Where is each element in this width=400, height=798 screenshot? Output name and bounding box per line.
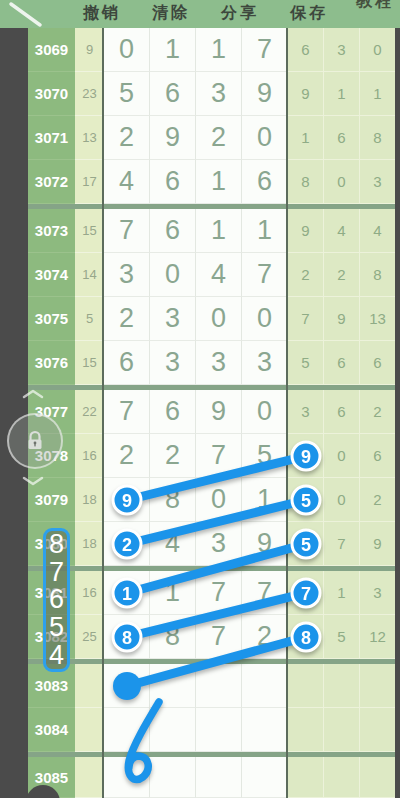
cell-right: 6 [324,341,360,385]
cell-main [150,708,196,752]
cell-right [324,708,360,752]
digit-picker[interactable]: 87654 [43,528,70,672]
chevron-down-icon[interactable] [22,476,44,486]
cell-main: 2 [104,297,150,341]
cell-main: 7 [196,571,242,615]
cell-main: 4 [196,253,242,297]
picker-digit[interactable]: 5 [49,614,64,641]
tutorial-button[interactable]: 教程 [356,0,394,12]
cell-main: 9 [196,390,242,434]
picker-digit[interactable]: 7 [49,559,64,586]
cell-main: 8 [150,478,196,522]
cell-right: 6 [360,434,396,478]
cell-right: 3 [288,390,324,434]
cell-main [104,571,150,615]
chart-row-3085: 3085 [28,757,396,798]
cell-main: 0 [196,297,242,341]
cell-period: 3073 [28,209,75,253]
cell-right: 0 [324,160,360,204]
cell-sum [75,708,104,752]
cell-main: 3 [196,522,242,566]
cell-main: 4 [104,160,150,204]
cell-main: 1 [242,478,288,522]
cell-right [288,664,324,708]
picker-digit[interactable]: 8 [49,531,64,558]
cell-right [288,708,324,752]
cell-right: 6 [324,116,360,160]
cell-right: 5 [288,341,324,385]
cell-right: 0 [324,434,360,478]
cell-main: 2 [104,434,150,478]
cell-sum [75,757,104,798]
toolbar: 撤销 清除 分享 保存 教程 [0,0,400,28]
cell-right: 6 [288,28,324,72]
cell-right: 1 [324,72,360,116]
cell-main [196,757,242,798]
cell-right: 0 [324,478,360,522]
share-button[interactable]: 分享 [221,3,259,24]
cell-main: 9 [242,522,288,566]
cell-main: 3 [242,341,288,385]
picker-digit[interactable]: 4 [49,642,64,669]
cell-right: 6 [360,341,396,385]
cell-right: 8 [360,116,396,160]
cell-main: 8 [150,615,196,659]
chart-row-3072: 3072174616803 [28,160,396,204]
cell-main: 6 [150,72,196,116]
cell-main [104,664,150,708]
cell-sum: 16 [75,434,104,478]
cell-right: 9 [324,297,360,341]
cell-right: 0 [360,28,396,72]
cell-main: 3 [150,297,196,341]
chart-row-3071: 3071132920168 [28,116,396,160]
cell-main: 2 [196,116,242,160]
cell-main: 6 [150,209,196,253]
right-edge-strip [395,0,400,798]
cell-right [324,757,360,798]
cell-sum: 18 [75,478,104,522]
cell-sum: 15 [75,209,104,253]
scroll-lock-widget [0,384,70,494]
cell-sum: 25 [75,615,104,659]
cell-main: 7 [104,209,150,253]
cell-main: 7 [196,615,242,659]
cell-sum: 13 [75,116,104,160]
cell-main: 3 [196,72,242,116]
chart-row-3084: 3084 [28,708,396,752]
cell-main [242,757,288,798]
cell-main: 6 [104,341,150,385]
cell-sum: 18 [75,522,104,566]
cell-right: 3 [324,28,360,72]
cell-right: 2 [324,253,360,297]
grid-dark-border-left [102,28,104,798]
cell-main: 2 [242,615,288,659]
cell-main: 6 [150,160,196,204]
cell-right [324,664,360,708]
cell-main: 0 [242,116,288,160]
cell-period: 3076 [28,341,75,385]
clear-button[interactable]: 清除 [152,3,190,24]
cell-right [360,664,396,708]
cell-main: 2 [104,116,150,160]
chart-row-3076: 3076156333566 [28,341,396,385]
cell-main: 6 [242,160,288,204]
cell-main [196,708,242,752]
cell-right [288,757,324,798]
chart-row-3073: 3073157611944 [28,209,396,253]
cell-right: 6 [324,390,360,434]
cell-period: 3074 [28,253,75,297]
cell-sum: 9 [75,28,104,72]
cell-main: 0 [150,253,196,297]
cell-right: 4 [360,209,396,253]
cell-period: 3075 [28,297,75,341]
cell-right: 1 [360,72,396,116]
grid-dark-border-right [286,28,288,798]
cell-main: 2 [150,434,196,478]
cell-right: 13 [360,297,396,341]
cell-right: 1 [324,571,360,615]
cell-main: 9 [150,116,196,160]
cell-right [288,571,324,615]
cell-period: 3071 [28,116,75,160]
cell-main [150,664,196,708]
chart-row-3070: 3070235639911 [28,72,396,116]
cell-right: 3 [360,160,396,204]
cell-main: 3 [150,341,196,385]
cell-right [288,522,324,566]
cell-main: 7 [196,434,242,478]
cell-right: 9 [360,522,396,566]
cell-right: 8 [288,160,324,204]
cell-right: 9 [288,72,324,116]
cell-main: 5 [242,434,288,478]
cell-sum: 17 [75,160,104,204]
cell-right: 7 [324,522,360,566]
cell-main: 9 [242,72,288,116]
cell-right: 2 [288,253,324,297]
cell-main [104,615,150,659]
cell-right: 5 [324,615,360,659]
cell-main: 3 [196,341,242,385]
cell-period: 3070 [28,72,75,116]
cell-main: 1 [150,28,196,72]
cell-main: 1 [196,160,242,204]
cell-main: 6 [150,390,196,434]
chart-row-3080: 30801843979 [28,522,396,566]
chart-row-3079: 30791880102 [28,478,396,522]
cell-main: 0 [242,297,288,341]
cell-right [288,478,324,522]
cell-sum: 14 [75,253,104,297]
lock-button[interactable] [7,413,63,469]
cell-period: 3072 [28,160,75,204]
picker-digit[interactable]: 6 [49,586,64,613]
lottery-trend-chart-app: 3069901176303070235639911307113292016830… [0,0,400,798]
cell-right: 2 [360,478,396,522]
cell-right: 1 [288,116,324,160]
chart-row-3069: 306990117630 [28,28,396,72]
cell-sum: 22 [75,390,104,434]
cell-right: 9 [288,209,324,253]
cell-right: 3 [360,571,396,615]
cell-right: 4 [324,209,360,253]
cell-sum: 23 [75,72,104,116]
cell-main [104,522,150,566]
cell-main [104,478,150,522]
cell-main: 1 [242,209,288,253]
chart-row-3075: 3075523007913 [28,297,396,341]
chart-row-3078: 307816227506 [28,434,396,478]
cell-main: 0 [242,390,288,434]
cell-main: 7 [242,571,288,615]
cell-main: 0 [196,478,242,522]
cell-sum: 16 [75,571,104,615]
cell-sum: 15 [75,341,104,385]
cell-main: 4 [150,522,196,566]
cell-period: 3069 [28,28,75,72]
chart-row-3081: 30811617713 [28,571,396,615]
line-draw-tool-icon[interactable] [6,0,46,28]
cell-main [196,664,242,708]
cell-right [360,757,396,798]
chart-row-3074: 3074143047228 [28,253,396,297]
cell-main: 7 [242,253,288,297]
cell-main [242,664,288,708]
cell-right: 7 [288,297,324,341]
cell-main: 7 [242,28,288,72]
cell-main [104,708,150,752]
lock-icon [23,429,47,453]
cell-main: 0 [104,28,150,72]
cell-right: 8 [360,253,396,297]
cell-main [104,757,150,798]
undo-button[interactable]: 撤销 [83,3,121,24]
save-button[interactable]: 保存 [290,3,328,24]
cell-sum: 5 [75,297,104,341]
cell-main [150,757,196,798]
cell-main: 3 [104,253,150,297]
cell-main: 1 [196,28,242,72]
cell-main: 1 [150,571,196,615]
cell-main: 1 [196,209,242,253]
chart-grid[interactable]: 3069901176303070235639911307113292016830… [28,28,396,798]
cell-main: 5 [104,72,150,116]
cell-right [288,434,324,478]
chevron-up-icon[interactable] [22,389,44,399]
cell-period: 3084 [28,708,75,752]
cell-sum [75,664,104,708]
cell-right [360,708,396,752]
cell-right [288,615,324,659]
chart-row-3077: 3077227690362 [28,390,396,434]
cell-right: 2 [360,390,396,434]
chart-row-3082: 308225872512 [28,615,396,659]
cell-main [242,708,288,752]
cell-right: 12 [360,615,396,659]
cell-main: 7 [104,390,150,434]
chart-row-3083: 3083 [28,664,396,708]
